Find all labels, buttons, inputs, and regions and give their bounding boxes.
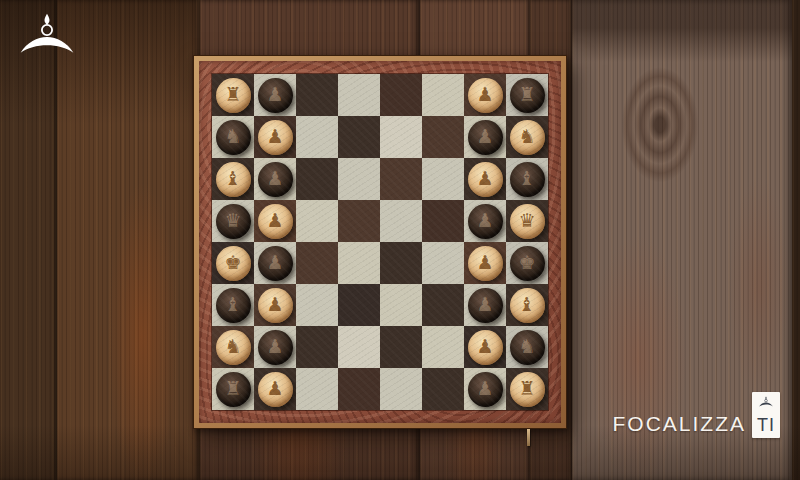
piece-black-pawn: ♟	[258, 330, 293, 365]
piece-glyph: ♟	[476, 127, 493, 146]
piece-black-pawn: ♟	[468, 288, 503, 323]
square-b8: ♟	[254, 74, 296, 116]
square-f5	[422, 200, 464, 242]
piece-glyph: ♞	[518, 337, 535, 356]
wordmark-text: FOCALIZZA	[612, 412, 746, 438]
square-a8: ♜	[212, 74, 254, 116]
square-e5	[380, 200, 422, 242]
piece-glyph: ♟	[266, 253, 283, 272]
square-f4	[422, 242, 464, 284]
piece-glyph: ♟	[266, 169, 283, 188]
square-d4	[338, 242, 380, 284]
square-g5: ♟	[464, 200, 506, 242]
piece-glyph: ♟	[266, 295, 283, 314]
piece-glyph: ♟	[476, 337, 493, 356]
square-h8: ♜	[506, 74, 548, 116]
piece-white-rook: ♜	[510, 372, 545, 407]
piece-white-pawn: ♟	[258, 120, 293, 155]
piece-glyph: ♜	[224, 85, 241, 104]
square-a1: ♜	[212, 368, 254, 410]
square-a7: ♞	[212, 116, 254, 158]
piece-glyph: ♟	[476, 295, 493, 314]
square-a4: ♚	[212, 242, 254, 284]
square-e8	[380, 74, 422, 116]
square-e1	[380, 368, 422, 410]
piece-white-knight: ♞	[216, 330, 251, 365]
piece-glyph: ♜	[518, 379, 535, 398]
piece-white-queen: ♛	[510, 204, 545, 239]
piece-black-pawn: ♟	[258, 246, 293, 281]
piece-white-pawn: ♟	[468, 330, 503, 365]
square-f3	[422, 284, 464, 326]
chess-board-box: ♜♟♟♜♞♟♟♞♝♟♟♝♛♟♟♛♚♟♟♚♝♟♟♝♞♟♟♞♜♟♟♜	[193, 55, 567, 429]
square-h5: ♛	[506, 200, 548, 242]
piece-white-bishop: ♝	[510, 288, 545, 323]
piece-black-pawn: ♟	[258, 162, 293, 197]
piece-glyph: ♞	[518, 127, 535, 146]
square-e3	[380, 284, 422, 326]
piece-glyph: ♞	[224, 337, 241, 356]
square-b4: ♟	[254, 242, 296, 284]
square-f8	[422, 74, 464, 116]
square-c1	[296, 368, 338, 410]
piece-black-rook: ♜	[510, 78, 545, 113]
piece-glyph: ♛	[224, 211, 241, 230]
piece-black-pawn: ♟	[468, 204, 503, 239]
square-b2: ♟	[254, 326, 296, 368]
square-e4	[380, 242, 422, 284]
piece-black-pawn: ♟	[468, 120, 503, 155]
piece-glyph: ♛	[518, 211, 535, 230]
piece-glyph: ♟	[266, 211, 283, 230]
square-c3	[296, 284, 338, 326]
piece-white-pawn: ♟	[258, 204, 293, 239]
square-f6	[422, 158, 464, 200]
square-h1: ♜	[506, 368, 548, 410]
square-h7: ♞	[506, 116, 548, 158]
piece-glyph: ♜	[518, 85, 535, 104]
piece-white-pawn: ♟	[258, 372, 293, 407]
square-d3	[338, 284, 380, 326]
piece-glyph: ♟	[476, 379, 493, 398]
piece-black-bishop: ♝	[216, 288, 251, 323]
piece-black-queen: ♛	[216, 204, 251, 239]
piece-glyph: ♝	[224, 295, 241, 314]
piece-white-king: ♚	[216, 246, 251, 281]
square-h4: ♚	[506, 242, 548, 284]
piece-black-knight: ♞	[216, 120, 251, 155]
piece-white-bishop: ♝	[216, 162, 251, 197]
arch-dome-logo-icon	[17, 11, 77, 67]
piece-glyph: ♚	[518, 253, 535, 272]
piece-black-knight: ♞	[510, 330, 545, 365]
square-d1	[338, 368, 380, 410]
square-f7	[422, 116, 464, 158]
square-g1: ♟	[464, 368, 506, 410]
square-c8	[296, 74, 338, 116]
piece-black-rook: ♜	[216, 372, 251, 407]
piece-glyph: ♟	[266, 379, 283, 398]
ti-box: TI	[752, 392, 780, 438]
piece-glyph: ♟	[476, 85, 493, 104]
piece-black-bishop: ♝	[510, 162, 545, 197]
square-e7	[380, 116, 422, 158]
square-f1	[422, 368, 464, 410]
piece-white-rook: ♜	[216, 78, 251, 113]
piece-glyph: ♟	[266, 337, 283, 356]
piece-glyph: ♝	[518, 295, 535, 314]
square-a5: ♛	[212, 200, 254, 242]
piece-glyph: ♞	[224, 127, 241, 146]
square-c4	[296, 242, 338, 284]
focalizzati-wordmark: FOCALIZZA TI	[612, 392, 780, 438]
square-d8	[338, 74, 380, 116]
square-b3: ♟	[254, 284, 296, 326]
piece-glyph: ♟	[476, 169, 493, 188]
square-a6: ♝	[212, 158, 254, 200]
square-g6: ♟	[464, 158, 506, 200]
square-g3: ♟	[464, 284, 506, 326]
square-a2: ♞	[212, 326, 254, 368]
piece-black-king: ♚	[510, 246, 545, 281]
piece-black-pawn: ♟	[468, 372, 503, 407]
piece-glyph: ♟	[476, 253, 493, 272]
square-c6	[296, 158, 338, 200]
square-h3: ♝	[506, 284, 548, 326]
square-b1: ♟	[254, 368, 296, 410]
square-a3: ♝	[212, 284, 254, 326]
board-grid: ♜♟♟♜♞♟♟♞♝♟♟♝♛♟♟♛♚♟♟♚♝♟♟♝♞♟♟♞♜♟♟♜	[212, 74, 548, 410]
ti-text: TI	[757, 415, 775, 436]
square-f2	[422, 326, 464, 368]
piece-glyph: ♝	[518, 169, 535, 188]
square-g8: ♟	[464, 74, 506, 116]
hinge-pin	[527, 429, 530, 446]
piece-glyph: ♟	[476, 211, 493, 230]
square-b6: ♟	[254, 158, 296, 200]
piece-glyph: ♟	[266, 127, 283, 146]
square-d6	[338, 158, 380, 200]
square-h2: ♞	[506, 326, 548, 368]
piece-white-knight: ♞	[510, 120, 545, 155]
square-d5	[338, 200, 380, 242]
square-e6	[380, 158, 422, 200]
square-d7	[338, 116, 380, 158]
square-d2	[338, 326, 380, 368]
piece-white-pawn: ♟	[468, 78, 503, 113]
square-b5: ♟	[254, 200, 296, 242]
wood-plank-edge	[792, 0, 800, 480]
square-c2	[296, 326, 338, 368]
piece-glyph: ♚	[224, 253, 241, 272]
square-g7: ♟	[464, 116, 506, 158]
piece-glyph: ♟	[266, 85, 283, 104]
square-g2: ♟	[464, 326, 506, 368]
square-e2	[380, 326, 422, 368]
square-c7	[296, 116, 338, 158]
piece-black-pawn: ♟	[258, 78, 293, 113]
marble-border: ♜♟♟♜♞♟♟♞♝♟♟♝♛♟♟♛♚♟♟♚♝♟♟♝♞♟♟♞♜♟♟♜	[199, 61, 561, 423]
piece-white-pawn: ♟	[468, 246, 503, 281]
piece-glyph: ♝	[224, 169, 241, 188]
piece-white-pawn: ♟	[468, 162, 503, 197]
square-g4: ♟	[464, 242, 506, 284]
piece-white-pawn: ♟	[258, 288, 293, 323]
square-c5	[296, 200, 338, 242]
piece-glyph: ♜	[224, 379, 241, 398]
square-h6: ♝	[506, 158, 548, 200]
square-b7: ♟	[254, 116, 296, 158]
arch-dome-mini-icon	[758, 396, 774, 410]
